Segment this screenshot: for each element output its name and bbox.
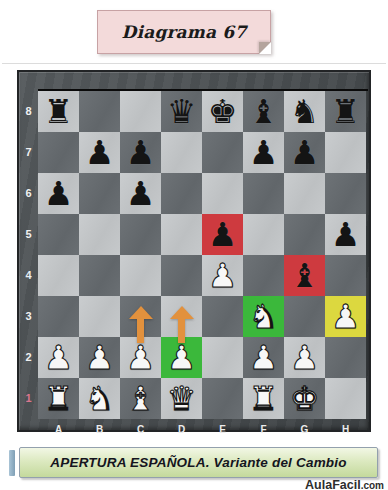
square-c8	[120, 91, 161, 132]
square-f2: ♟	[243, 337, 284, 378]
square-e3	[202, 296, 243, 337]
file-labels: ABCDEFGH	[38, 419, 366, 430]
square-f8: ♝	[243, 91, 284, 132]
rank-labels: 87654321	[19, 91, 38, 419]
square-f3: ♞	[243, 296, 284, 337]
square-h4	[325, 255, 366, 296]
blue-accent-bar	[9, 450, 15, 476]
square-d1: ♛	[161, 378, 202, 419]
square-c3	[120, 296, 161, 337]
square-d2: ♟	[161, 337, 202, 378]
rank-label-7: 7	[19, 132, 38, 173]
square-b7: ♟	[79, 132, 120, 173]
square-f6	[243, 173, 284, 214]
file-label-g: G	[284, 424, 325, 435]
square-b5	[79, 214, 120, 255]
square-b6	[79, 173, 120, 214]
square-c7: ♟	[120, 132, 161, 173]
rank-label-5: 5	[19, 214, 38, 255]
piece-white-pawn: ♟	[249, 341, 279, 374]
piece-white-knight: ♞	[85, 382, 115, 415]
piece-black-pawn: ♟	[44, 177, 74, 210]
square-e2	[202, 337, 243, 378]
square-d7	[161, 132, 202, 173]
square-b4	[79, 255, 120, 296]
piece-white-pawn: ♟	[331, 300, 361, 333]
square-d3	[161, 296, 202, 337]
rank-label-1: 1	[19, 378, 38, 419]
rank-label-4: 4	[19, 255, 38, 296]
square-b2: ♟	[79, 337, 120, 378]
square-h3: ♟	[325, 296, 366, 337]
square-a2: ♟	[38, 337, 79, 378]
square-e5: ♟	[202, 214, 243, 255]
square-c1: ♝	[120, 378, 161, 419]
piece-black-pawn: ♟	[290, 136, 320, 169]
square-h2	[325, 337, 366, 378]
square-a8: ♜	[38, 91, 79, 132]
piece-white-rook: ♜	[44, 382, 74, 415]
caption-text: APERTURA ESPAÑOLA. Variante del Cambio	[50, 455, 346, 470]
file-label-f: F	[243, 424, 284, 435]
square-h6	[325, 173, 366, 214]
piece-black-rook: ♜	[331, 95, 361, 128]
square-h1	[325, 378, 366, 419]
square-g3	[284, 296, 325, 337]
piece-white-pawn: ♟	[44, 341, 74, 374]
square-f5	[243, 214, 284, 255]
watermark-name[interactable]: AulaFacil	[305, 478, 361, 490]
square-e1	[202, 378, 243, 419]
piece-white-pawn: ♟	[167, 341, 197, 374]
file-label-e: E	[202, 424, 243, 435]
file-label-b: B	[79, 424, 120, 435]
square-c6: ♟	[120, 173, 161, 214]
file-label-d: D	[161, 424, 202, 435]
site-watermark[interactable]: AulaFacil.com	[305, 475, 384, 490]
square-f4	[243, 255, 284, 296]
square-g5	[284, 214, 325, 255]
rank-label-3: 3	[19, 296, 38, 337]
square-a1: ♜	[38, 378, 79, 419]
piece-black-pawn: ♟	[126, 177, 156, 210]
page: Diagrama 67 87654321 ♜♛♚♝♞♜♟♟♟♟♟♟♟♟♟♝♞♟♟…	[0, 0, 388, 490]
square-g8: ♞	[284, 91, 325, 132]
piece-black-pawn: ♟	[331, 218, 361, 251]
file-label-a: A	[38, 424, 79, 435]
caption-banner: APERTURA ESPAÑOLA. Variante del Cambio	[19, 447, 378, 478]
piece-white-pawn: ♟	[208, 259, 238, 292]
square-e4: ♟	[202, 255, 243, 296]
square-b8	[79, 91, 120, 132]
piece-black-pawn: ♟	[249, 136, 279, 169]
square-h5: ♟	[325, 214, 366, 255]
square-e7	[202, 132, 243, 173]
rank-label-2: 2	[19, 337, 38, 378]
square-d5	[161, 214, 202, 255]
piece-white-rook: ♜	[249, 382, 279, 415]
square-c4	[120, 255, 161, 296]
piece-black-king: ♚	[208, 95, 238, 128]
piece-black-pawn: ♟	[126, 136, 156, 169]
rank-label-8: 8	[19, 91, 38, 132]
square-d4	[161, 255, 202, 296]
piece-black-bishop: ♝	[290, 259, 320, 292]
square-c5	[120, 214, 161, 255]
board-grid: ♜♛♚♝♞♜♟♟♟♟♟♟♟♟♟♝♞♟♟♟♟♟♟♟♜♞♝♛♜♚	[38, 91, 366, 419]
rank-label-6: 6	[19, 173, 38, 214]
square-a6: ♟	[38, 173, 79, 214]
piece-black-pawn: ♟	[85, 136, 115, 169]
piece-black-bishop: ♝	[249, 95, 279, 128]
square-c2: ♟	[120, 337, 161, 378]
square-g4: ♝	[284, 255, 325, 296]
watermark-suffix[interactable]: .com	[361, 480, 384, 490]
square-e8: ♚	[202, 91, 243, 132]
piece-black-rook: ♜	[44, 95, 74, 128]
square-g1: ♚	[284, 378, 325, 419]
square-d8: ♛	[161, 91, 202, 132]
piece-white-queen: ♛	[167, 382, 197, 415]
square-e6	[202, 173, 243, 214]
piece-white-king: ♚	[290, 382, 320, 415]
square-g6	[284, 173, 325, 214]
square-f7: ♟	[243, 132, 284, 173]
square-g7: ♟	[284, 132, 325, 173]
square-a7	[38, 132, 79, 173]
square-g2: ♟	[284, 337, 325, 378]
piece-white-pawn: ♟	[126, 341, 156, 374]
piece-white-pawn: ♟	[85, 341, 115, 374]
piece-white-knight: ♞	[249, 300, 279, 333]
file-label-c: C	[120, 424, 161, 435]
chess-board: 87654321 ♜♛♚♝♞♜♟♟♟♟♟♟♟♟♟♝♞♟♟♟♟♟♟♟♜♞♝♛♜♚ …	[17, 70, 371, 432]
square-a3	[38, 296, 79, 337]
piece-white-bishop: ♝	[126, 382, 156, 415]
square-b3	[79, 296, 120, 337]
square-h8: ♜	[325, 91, 366, 132]
square-h7	[325, 132, 366, 173]
diagram-title: Diagrama 67	[122, 22, 247, 42]
divider-line	[2, 63, 386, 64]
piece-black-queen: ♛	[167, 95, 197, 128]
piece-black-pawn: ♟	[208, 218, 238, 251]
file-label-h: H	[325, 424, 366, 435]
square-a4	[38, 255, 79, 296]
piece-white-pawn: ♟	[290, 341, 320, 374]
square-f1: ♜	[243, 378, 284, 419]
square-a5	[38, 214, 79, 255]
piece-black-knight: ♞	[290, 95, 320, 128]
folded-corner	[259, 42, 271, 54]
square-b1: ♞	[79, 378, 120, 419]
sticky-note: Diagrama 67	[97, 10, 271, 54]
square-d6	[161, 173, 202, 214]
